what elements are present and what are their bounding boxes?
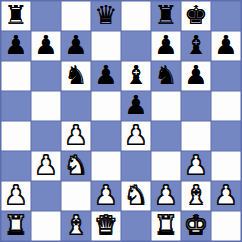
square-b4[interactable] <box>31 121 61 151</box>
square-c7[interactable]: ♟ <box>61 31 91 61</box>
square-c4[interactable]: ♟ <box>61 121 91 151</box>
square-e7[interactable] <box>121 31 151 61</box>
black-pawn[interactable]: ♟ <box>4 32 27 58</box>
white-queen[interactable]: ♛ <box>94 212 117 238</box>
square-b8[interactable] <box>31 1 61 31</box>
square-d2[interactable]: ♟ <box>91 181 121 211</box>
square-c1[interactable]: ♝ <box>61 211 91 241</box>
black-pawn[interactable]: ♟ <box>94 62 117 88</box>
black-rook[interactable]: ♜ <box>154 2 177 28</box>
square-e6[interactable]: ♝ <box>121 61 151 91</box>
white-pawn[interactable]: ♟ <box>34 152 57 178</box>
square-d3[interactable] <box>91 151 121 181</box>
square-d6[interactable]: ♟ <box>91 61 121 91</box>
square-e2[interactable]: ♞ <box>121 181 151 211</box>
square-f3[interactable] <box>151 151 181 181</box>
square-b7[interactable]: ♟ <box>31 31 61 61</box>
black-rook[interactable]: ♜ <box>4 2 27 28</box>
black-knight[interactable]: ♞ <box>154 62 177 88</box>
white-rook[interactable]: ♜ <box>154 212 177 238</box>
square-f1[interactable]: ♜ <box>151 211 181 241</box>
white-pawn[interactable]: ♟ <box>124 122 147 148</box>
square-a5[interactable] <box>1 91 31 121</box>
square-a7[interactable]: ♟ <box>1 31 31 61</box>
white-king[interactable]: ♚ <box>184 212 207 238</box>
black-knight[interactable]: ♞ <box>64 62 87 88</box>
square-d7[interactable] <box>91 31 121 61</box>
black-pawn[interactable]: ♟ <box>214 32 237 58</box>
square-b1[interactable] <box>31 211 61 241</box>
black-pawn[interactable]: ♟ <box>124 92 147 118</box>
square-f4[interactable] <box>151 121 181 151</box>
square-a8[interactable]: ♜ <box>1 1 31 31</box>
white-bishop[interactable]: ♝ <box>184 182 207 208</box>
square-f7[interactable]: ♟ <box>151 31 181 61</box>
square-g3[interactable]: ♟ <box>181 151 211 181</box>
black-bishop[interactable]: ♝ <box>184 32 207 58</box>
square-h8[interactable] <box>211 1 241 31</box>
square-g4[interactable] <box>181 121 211 151</box>
square-f8[interactable]: ♜ <box>151 1 181 31</box>
square-g8[interactable]: ♚ <box>181 1 211 31</box>
square-d1[interactable]: ♛ <box>91 211 121 241</box>
square-g5[interactable] <box>181 91 211 121</box>
square-e8[interactable] <box>121 1 151 31</box>
square-a2[interactable]: ♟ <box>1 181 31 211</box>
square-e3[interactable] <box>121 151 151 181</box>
square-c5[interactable] <box>61 91 91 121</box>
white-knight[interactable]: ♞ <box>64 152 87 178</box>
square-g1[interactable]: ♚ <box>181 211 211 241</box>
square-h4[interactable] <box>211 121 241 151</box>
square-g6[interactable]: ♟ <box>181 61 211 91</box>
square-b2[interactable] <box>31 181 61 211</box>
square-f2[interactable]: ♟ <box>151 181 181 211</box>
black-pawn[interactable]: ♟ <box>184 62 207 88</box>
square-g2[interactable]: ♝ <box>181 181 211 211</box>
white-pawn[interactable]: ♟ <box>184 152 207 178</box>
black-pawn[interactable]: ♟ <box>34 32 57 58</box>
white-knight[interactable]: ♞ <box>124 182 147 208</box>
black-pawn[interactable]: ♟ <box>64 32 87 58</box>
square-a4[interactable] <box>1 121 31 151</box>
white-rook[interactable]: ♜ <box>4 212 27 238</box>
white-pawn[interactable]: ♟ <box>64 122 87 148</box>
white-pawn[interactable]: ♟ <box>94 182 117 208</box>
square-h5[interactable] <box>211 91 241 121</box>
square-e4[interactable]: ♟ <box>121 121 151 151</box>
square-h3[interactable] <box>211 151 241 181</box>
square-f5[interactable] <box>151 91 181 121</box>
white-pawn[interactable]: ♟ <box>214 182 237 208</box>
white-bishop[interactable]: ♝ <box>64 212 87 238</box>
black-bishop[interactable]: ♝ <box>124 62 147 88</box>
square-d8[interactable]: ♛ <box>91 1 121 31</box>
white-pawn[interactable]: ♟ <box>154 182 177 208</box>
square-b6[interactable] <box>31 61 61 91</box>
black-pawn[interactable]: ♟ <box>154 32 177 58</box>
square-h2[interactable]: ♟ <box>211 181 241 211</box>
square-g7[interactable]: ♝ <box>181 31 211 61</box>
black-king[interactable]: ♚ <box>184 2 207 28</box>
square-h1[interactable] <box>211 211 241 241</box>
square-a3[interactable] <box>1 151 31 181</box>
square-b5[interactable] <box>31 91 61 121</box>
square-c2[interactable] <box>61 181 91 211</box>
white-pawn[interactable]: ♟ <box>4 182 27 208</box>
square-c3[interactable]: ♞ <box>61 151 91 181</box>
square-c6[interactable]: ♞ <box>61 61 91 91</box>
square-b3[interactable]: ♟ <box>31 151 61 181</box>
square-d5[interactable] <box>91 91 121 121</box>
square-h6[interactable] <box>211 61 241 91</box>
square-a1[interactable]: ♜ <box>1 211 31 241</box>
square-e5[interactable]: ♟ <box>121 91 151 121</box>
chess-diagram: ♜♛♜♚♟♟♟♟♝♟♞♟♝♞♟♟♟♟♟♞♟♟♟♞♟♝♟♜♝♛♜♚ <box>0 0 242 242</box>
square-d4[interactable] <box>91 121 121 151</box>
square-a6[interactable] <box>1 61 31 91</box>
black-queen[interactable]: ♛ <box>94 2 117 28</box>
square-h7[interactable]: ♟ <box>211 31 241 61</box>
square-e1[interactable] <box>121 211 151 241</box>
chess-board: ♜♛♜♚♟♟♟♟♝♟♞♟♝♞♟♟♟♟♟♞♟♟♟♞♟♝♟♜♝♛♜♚ <box>0 0 242 242</box>
square-f6[interactable]: ♞ <box>151 61 181 91</box>
square-c8[interactable] <box>61 1 91 31</box>
